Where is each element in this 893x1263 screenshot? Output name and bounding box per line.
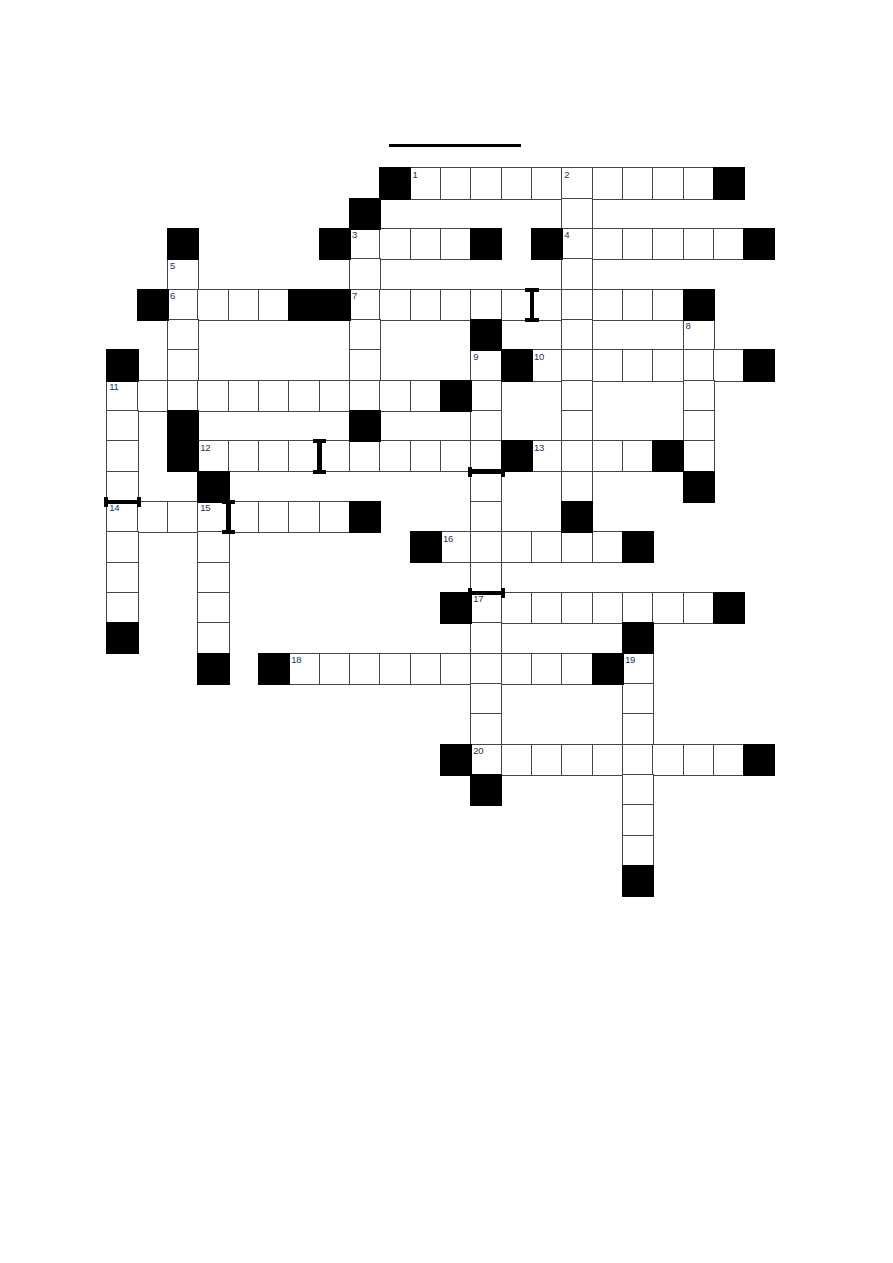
clue-number: 11 [109,382,118,392]
white-cell[interactable] [410,440,442,472]
white-cell[interactable] [501,744,533,776]
word-break-bar [313,470,327,474]
white-cell[interactable] [713,349,745,381]
word-break-bar [222,500,236,504]
word-break-bar [501,588,505,598]
black-cell [167,440,199,472]
white-cell[interactable] [470,167,502,199]
clue-number: 15 [200,503,210,513]
white-cell[interactable] [167,380,199,412]
clue-number: 14 [109,503,119,513]
white-cell[interactable] [531,744,563,776]
white-cell[interactable] [683,167,715,199]
black-cell [167,410,199,442]
white-cell[interactable] [470,562,502,594]
black-cell [622,531,654,563]
white-cell[interactable] [228,289,260,321]
white-cell[interactable] [652,228,684,260]
white-cell[interactable] [440,653,472,685]
clue-number: 19 [625,655,635,665]
white-cell[interactable] [531,167,563,199]
white-cell[interactable] [258,440,290,472]
white-cell[interactable] [501,653,533,685]
white-cell[interactable] [137,380,169,412]
white-cell[interactable] [228,440,260,472]
white-cell[interactable] [440,289,472,321]
white-cell[interactable] [197,592,229,624]
white-cell[interactable] [501,167,533,199]
white-cell[interactable] [592,440,624,472]
word-break-bar [137,497,141,507]
white-cell[interactable] [561,410,593,442]
clue-number: 6 [170,291,175,301]
black-cell [106,622,138,654]
white-cell[interactable] [592,592,624,624]
white-cell[interactable] [683,744,715,776]
white-cell[interactable] [470,713,502,745]
clue-number: 4 [564,230,569,240]
white-cell[interactable] [592,744,624,776]
white-cell[interactable] [561,198,593,230]
black-cell [349,501,381,533]
black-cell [379,167,411,199]
black-cell [683,289,715,321]
white-cell[interactable] [531,531,563,563]
white-cell[interactable] [349,380,381,412]
white-cell[interactable] [106,592,138,624]
white-cell[interactable] [622,289,654,321]
white-cell[interactable] [561,349,593,381]
black-cell [258,653,290,685]
black-cell [501,349,533,381]
black-cell [743,228,775,260]
white-cell[interactable] [561,380,593,412]
white-cell[interactable] [258,380,290,412]
white-cell[interactable] [470,531,502,563]
white-cell[interactable] [561,289,593,321]
white-cell[interactable] [288,440,320,472]
white-cell[interactable] [197,622,229,654]
white-cell[interactable] [167,349,199,381]
clue-number: 9 [473,352,478,362]
word-break-bar [313,439,327,443]
clue-number: 17 [473,594,483,604]
white-cell[interactable] [228,501,260,533]
black-cell [713,167,745,199]
black-cell [319,228,351,260]
black-cell [410,531,442,563]
white-cell[interactable] [197,289,229,321]
black-cell [197,653,229,685]
white-cell[interactable] [167,319,199,351]
white-cell[interactable] [349,258,381,290]
white-cell[interactable] [470,440,502,472]
black-cell [743,744,775,776]
white-cell[interactable] [531,289,563,321]
white-cell[interactable] [561,592,593,624]
white-cell[interactable] [622,744,654,776]
word-break-bar [501,467,505,477]
white-cell[interactable] [349,440,381,472]
clue-number: 3 [352,230,357,240]
white-cell[interactable] [470,501,502,533]
black-cell [319,289,351,321]
white-cell[interactable] [652,289,684,321]
black-cell [288,289,320,321]
white-cell[interactable] [106,562,138,594]
black-cell [683,471,715,503]
word-break-bar [222,530,236,534]
white-cell[interactable] [592,228,624,260]
white-cell[interactable] [592,289,624,321]
white-cell[interactable] [167,501,199,533]
white-cell[interactable] [561,319,593,351]
white-cell[interactable] [622,774,654,806]
word-break-bar [525,318,539,322]
crossword-board: 1234567891011121314151617181920 [0,0,893,1263]
black-cell [470,774,502,806]
title-underline [389,144,521,147]
white-cell[interactable] [592,531,624,563]
clue-number: 20 [473,746,483,756]
white-cell[interactable] [470,410,502,442]
white-cell[interactable] [622,804,654,836]
clue-number: 10 [534,352,544,362]
white-cell[interactable] [622,683,654,715]
white-cell[interactable] [319,380,351,412]
white-cell[interactable] [410,653,442,685]
white-cell[interactable] [501,531,533,563]
white-cell[interactable] [622,167,654,199]
white-cell[interactable] [713,744,745,776]
white-cell[interactable] [258,289,290,321]
white-cell[interactable] [501,289,533,321]
word-break-bar [104,497,108,507]
white-cell[interactable] [561,531,593,563]
white-cell[interactable] [531,592,563,624]
white-cell[interactable] [561,744,593,776]
word-break-bar [468,467,472,477]
black-cell [743,349,775,381]
word-break-bar [530,288,535,322]
black-cell [622,865,654,897]
word-break-bar [317,439,322,473]
white-cell[interactable] [683,410,715,442]
black-cell [197,471,229,503]
white-cell[interactable] [349,319,381,351]
black-cell [713,592,745,624]
white-cell[interactable] [683,228,715,260]
black-cell [470,228,502,260]
black-cell [531,228,563,260]
white-cell[interactable] [228,380,260,412]
clue-number: 5 [170,261,175,271]
black-cell [561,501,593,533]
white-cell[interactable] [106,531,138,563]
white-cell[interactable] [106,410,138,442]
black-cell [440,380,472,412]
white-cell[interactable] [470,289,502,321]
white-cell[interactable] [410,228,442,260]
white-cell[interactable] [561,471,593,503]
white-cell[interactable] [501,592,533,624]
white-cell[interactable] [288,501,320,533]
white-cell[interactable] [652,744,684,776]
white-cell[interactable] [319,653,351,685]
white-cell[interactable] [622,835,654,867]
white-cell[interactable] [379,289,411,321]
white-cell[interactable] [470,653,502,685]
white-cell[interactable] [652,592,684,624]
white-cell[interactable] [379,380,411,412]
white-cell[interactable] [622,440,654,472]
white-cell[interactable] [683,440,715,472]
white-cell[interactable] [652,167,684,199]
white-cell[interactable] [622,228,654,260]
white-cell[interactable] [379,653,411,685]
white-cell[interactable] [288,380,320,412]
white-cell[interactable] [531,653,563,685]
black-cell [501,440,533,472]
white-cell[interactable] [622,349,654,381]
white-cell[interactable] [440,228,472,260]
clue-number: 8 [686,321,691,331]
white-cell[interactable] [470,683,502,715]
clue-number: 1 [413,170,418,180]
clue-number: 12 [200,443,210,453]
page: 1234567891011121314151617181920 [0,0,893,1263]
black-cell [137,289,169,321]
black-cell [349,410,381,442]
black-cell [440,744,472,776]
white-cell[interactable] [470,622,502,654]
white-cell[interactable] [379,440,411,472]
white-cell[interactable] [592,349,624,381]
white-cell[interactable] [319,440,351,472]
black-cell [470,319,502,351]
clue-number: 13 [534,443,544,453]
white-cell[interactable] [440,167,472,199]
clue-number: 7 [352,291,357,301]
white-cell[interactable] [379,228,411,260]
white-cell[interactable] [683,349,715,381]
white-cell[interactable] [683,592,715,624]
white-cell[interactable] [197,531,229,563]
white-cell[interactable] [258,501,290,533]
clue-number: 16 [443,534,453,544]
white-cell[interactable] [319,501,351,533]
black-cell [106,349,138,381]
black-cell [592,653,624,685]
word-break-bar [469,469,503,474]
word-break-bar [525,288,539,292]
white-cell[interactable] [137,501,169,533]
black-cell [349,198,381,230]
white-cell[interactable] [622,592,654,624]
black-cell [652,440,684,472]
white-cell[interactable] [349,349,381,381]
clue-number: 18 [291,655,301,665]
white-cell[interactable] [410,380,442,412]
white-cell[interactable] [197,380,229,412]
white-cell[interactable] [106,440,138,472]
word-break-bar [468,588,472,598]
white-cell[interactable] [349,653,381,685]
clue-number: 2 [564,170,569,180]
white-cell[interactable] [410,289,442,321]
white-cell[interactable] [561,258,593,290]
white-cell[interactable] [622,713,654,745]
white-cell[interactable] [106,471,138,503]
black-cell [622,622,654,654]
white-cell[interactable] [561,653,593,685]
white-cell[interactable] [470,380,502,412]
white-cell[interactable] [561,440,593,472]
white-cell[interactable] [652,349,684,381]
white-cell[interactable] [713,228,745,260]
white-cell[interactable] [683,380,715,412]
word-break-bar [226,500,231,534]
white-cell[interactable] [592,167,624,199]
white-cell[interactable] [197,562,229,594]
black-cell [167,228,199,260]
white-cell[interactable] [470,471,502,503]
